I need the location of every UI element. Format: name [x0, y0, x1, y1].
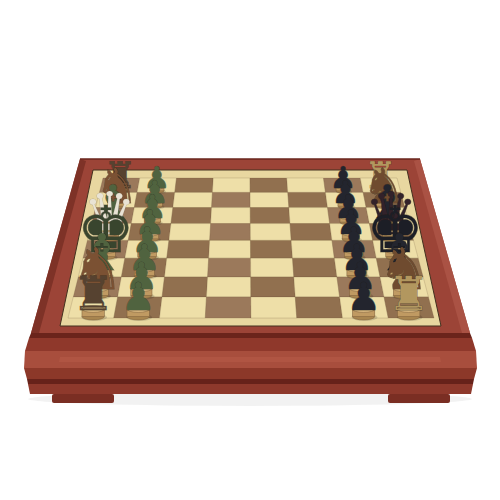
- piece-glyph-p: ♟: [346, 274, 380, 319]
- square-f4[interactable]: [208, 258, 251, 277]
- square-e5[interactable]: [250, 240, 292, 258]
- box-base-band: [28, 384, 473, 394]
- square-d5[interactable]: [250, 224, 291, 241]
- square-c3[interactable]: [171, 208, 212, 224]
- square-f3[interactable]: [164, 258, 208, 277]
- square-c5[interactable]: [250, 208, 290, 224]
- square-f6[interactable]: [292, 258, 336, 277]
- square-c4[interactable]: [211, 208, 251, 224]
- square-g6[interactable]: [294, 277, 340, 297]
- square-b4[interactable]: [212, 192, 251, 207]
- square-d6[interactable]: [290, 224, 332, 241]
- square-g3[interactable]: [162, 277, 208, 297]
- box-groove: [27, 379, 474, 384]
- piece-black-r-h8[interactable]: ♜: [388, 267, 430, 321]
- box-lower-band: [24, 368, 477, 379]
- piece-glyph-r: ♜: [388, 267, 430, 321]
- square-g5[interactable]: [251, 277, 296, 297]
- square-h4[interactable]: [205, 297, 251, 318]
- square-c6[interactable]: [289, 208, 330, 224]
- square-g4[interactable]: [206, 277, 250, 297]
- piece-black-p-h7[interactable]: ♟: [346, 274, 380, 321]
- square-a3[interactable]: [175, 178, 214, 192]
- box-foot-right: [388, 394, 450, 403]
- square-h5[interactable]: [251, 297, 297, 318]
- box-lip: [29, 333, 472, 338]
- box-upper-band: [25, 338, 476, 351]
- square-a6[interactable]: [287, 178, 326, 192]
- square-f5[interactable]: [251, 258, 294, 277]
- square-b3[interactable]: [173, 192, 213, 207]
- square-d3[interactable]: [169, 224, 211, 241]
- square-e6[interactable]: [291, 240, 334, 258]
- chess-scene: ♜♟♟♜♞♟♟♞♝♟♟♝♛♟♟♛♚♟♟♚♝♟♟♝♞♟♟♞♜♟♟♜: [0, 0, 500, 500]
- piece-glyph-p: ♟: [121, 274, 155, 319]
- piece-white-r-h1[interactable]: ♜: [72, 267, 114, 321]
- piece-glyph-r: ♜: [72, 267, 114, 321]
- piece-white-p-h2[interactable]: ♟: [121, 274, 155, 321]
- square-e3[interactable]: [167, 240, 210, 258]
- square-d4[interactable]: [210, 224, 251, 241]
- square-a4[interactable]: [212, 178, 250, 192]
- square-h3[interactable]: [159, 297, 206, 318]
- square-b5[interactable]: [250, 192, 289, 207]
- square-e4[interactable]: [209, 240, 251, 258]
- square-b6[interactable]: [288, 192, 328, 207]
- square-a5[interactable]: [250, 178, 288, 192]
- box-molding-highlight: [59, 357, 441, 362]
- square-h6[interactable]: [295, 297, 342, 318]
- chess-set-product-photo[interactable]: ♜♟♟♜♞♟♟♞♝♟♟♝♛♟♟♛♚♟♟♚♝♟♟♝♞♟♟♞♜♟♟♜: [0, 0, 500, 500]
- box-foot-left: [52, 394, 114, 403]
